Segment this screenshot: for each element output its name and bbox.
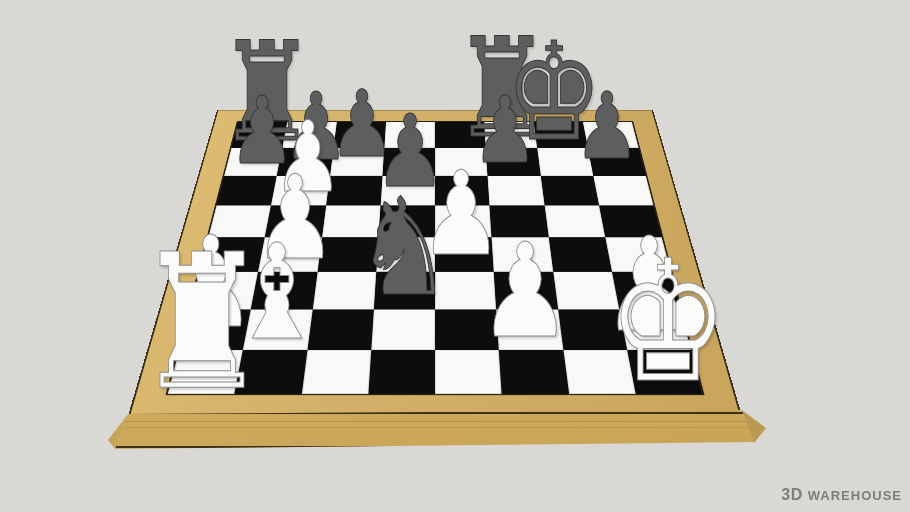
square-c8 bbox=[333, 122, 386, 148]
model-viewport[interactable]: ♜♟♝♟♟♟♟♟♚♜♟♟♟♟♞♜♚♟♟ 3D WAREHOUSE bbox=[0, 0, 910, 512]
square-b1 bbox=[235, 350, 308, 394]
square-c1 bbox=[301, 350, 371, 394]
square-a5 bbox=[208, 205, 271, 237]
square-f2 bbox=[496, 309, 563, 350]
square-b3 bbox=[251, 272, 317, 309]
square-d7 bbox=[382, 148, 435, 176]
square-e4 bbox=[435, 237, 494, 272]
square-f4 bbox=[492, 237, 553, 272]
square-a1 bbox=[168, 350, 243, 394]
square-c7 bbox=[330, 148, 384, 176]
warehouse-watermark: 3D WAREHOUSE bbox=[781, 486, 902, 504]
square-e2 bbox=[435, 309, 499, 350]
square-a4 bbox=[199, 237, 265, 272]
warehouse-logo: 3D bbox=[781, 486, 802, 504]
square-g3 bbox=[553, 272, 619, 309]
chess-board-squares bbox=[165, 121, 704, 395]
square-g4 bbox=[548, 237, 611, 272]
square-a2 bbox=[179, 309, 251, 350]
square-b8 bbox=[282, 122, 336, 148]
square-d1 bbox=[368, 350, 435, 394]
square-g2 bbox=[558, 309, 627, 350]
square-h7 bbox=[588, 148, 646, 176]
square-g5 bbox=[544, 205, 605, 237]
square-d8 bbox=[384, 122, 435, 148]
square-g6 bbox=[540, 176, 598, 206]
square-b6 bbox=[271, 176, 329, 206]
square-b2 bbox=[243, 309, 312, 350]
square-f1 bbox=[499, 350, 569, 394]
square-e8 bbox=[435, 122, 486, 148]
square-d5 bbox=[378, 205, 435, 237]
square-f7 bbox=[486, 148, 540, 176]
square-e5 bbox=[435, 205, 492, 237]
square-g7 bbox=[537, 148, 593, 176]
square-b5 bbox=[265, 205, 326, 237]
square-f5 bbox=[490, 205, 549, 237]
square-h8 bbox=[583, 122, 639, 148]
square-g8 bbox=[533, 122, 587, 148]
square-a7 bbox=[224, 148, 282, 176]
square-e1 bbox=[435, 350, 502, 394]
warehouse-watermark-text: WAREHOUSE bbox=[808, 488, 902, 503]
square-d4 bbox=[376, 237, 435, 272]
square-e7 bbox=[435, 148, 488, 176]
square-h6 bbox=[593, 176, 653, 206]
square-c5 bbox=[322, 205, 381, 237]
square-h1 bbox=[627, 350, 702, 394]
board-scene bbox=[0, 0, 910, 512]
square-h4 bbox=[605, 237, 671, 272]
square-d2 bbox=[371, 309, 435, 350]
square-h5 bbox=[599, 205, 662, 237]
square-d6 bbox=[380, 176, 435, 206]
square-c4 bbox=[317, 237, 378, 272]
square-a3 bbox=[190, 272, 259, 309]
square-b4 bbox=[258, 237, 321, 272]
square-c3 bbox=[312, 272, 376, 309]
square-b7 bbox=[277, 148, 333, 176]
square-f6 bbox=[488, 176, 545, 206]
square-c2 bbox=[307, 309, 374, 350]
square-f3 bbox=[494, 272, 558, 309]
chess-board bbox=[130, 110, 740, 416]
square-f8 bbox=[484, 122, 537, 148]
square-a8 bbox=[231, 122, 287, 148]
square-e3 bbox=[435, 272, 496, 309]
square-g1 bbox=[563, 350, 636, 394]
square-c6 bbox=[326, 176, 383, 206]
square-h3 bbox=[612, 272, 681, 309]
square-a6 bbox=[217, 176, 277, 206]
square-h2 bbox=[619, 309, 691, 350]
square-e6 bbox=[435, 176, 490, 206]
square-d3 bbox=[374, 272, 435, 309]
